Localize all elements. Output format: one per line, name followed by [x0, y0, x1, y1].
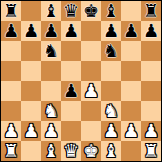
piece-white-pawn[interactable]: ♟ [83, 81, 99, 101]
piece-white-rook[interactable]: ♜ [3, 141, 19, 161]
square-e5[interactable] [81, 61, 101, 81]
square-d3[interactable] [61, 101, 81, 121]
square-a8[interactable]: ♜ [1, 1, 21, 21]
square-b7[interactable]: ♟ [21, 21, 41, 41]
square-f6[interactable]: ♞ [101, 41, 121, 61]
piece-white-pawn[interactable]: ♟ [103, 121, 119, 141]
square-g6[interactable] [121, 41, 141, 61]
square-a4[interactable] [1, 81, 21, 101]
square-f2[interactable]: ♟ [101, 121, 121, 141]
piece-black-king[interactable]: ♚ [83, 1, 99, 21]
square-b1[interactable] [21, 141, 41, 161]
square-c2[interactable]: ♟ [41, 121, 61, 141]
piece-white-pawn[interactable]: ♟ [43, 121, 59, 141]
square-d6[interactable] [61, 41, 81, 61]
square-b2[interactable]: ♟ [21, 121, 41, 141]
piece-black-pawn[interactable]: ♟ [23, 21, 39, 41]
piece-black-bishop[interactable]: ♝ [43, 1, 59, 21]
square-f1[interactable]: ♝ [101, 141, 121, 161]
square-f8[interactable]: ♝ [101, 1, 121, 21]
square-e7[interactable] [81, 21, 101, 41]
square-h2[interactable]: ♟ [141, 121, 161, 141]
piece-black-knight[interactable]: ♞ [103, 41, 119, 61]
piece-black-rook[interactable]: ♜ [143, 1, 159, 21]
square-f4[interactable] [101, 81, 121, 101]
square-b5[interactable] [21, 61, 41, 81]
piece-white-knight[interactable]: ♞ [43, 101, 59, 121]
square-h7[interactable]: ♟ [141, 21, 161, 41]
piece-black-pawn[interactable]: ♟ [123, 21, 139, 41]
piece-black-knight[interactable]: ♞ [43, 41, 59, 61]
square-c6[interactable]: ♞ [41, 41, 61, 61]
piece-white-bishop[interactable]: ♝ [103, 141, 119, 161]
square-c8[interactable]: ♝ [41, 1, 61, 21]
square-h5[interactable] [141, 61, 161, 81]
square-d2[interactable] [61, 121, 81, 141]
piece-white-rook[interactable]: ♜ [143, 141, 159, 161]
square-h8[interactable]: ♜ [141, 1, 161, 21]
square-c1[interactable]: ♝ [41, 141, 61, 161]
piece-white-king[interactable]: ♚ [83, 141, 99, 161]
square-b6[interactable] [21, 41, 41, 61]
square-g7[interactable]: ♟ [121, 21, 141, 41]
square-h1[interactable]: ♜ [141, 141, 161, 161]
square-h6[interactable] [141, 41, 161, 61]
piece-white-pawn[interactable]: ♟ [123, 121, 139, 141]
square-f3[interactable]: ♞ [101, 101, 121, 121]
square-d1[interactable]: ♛ [61, 141, 81, 161]
square-c5[interactable] [41, 61, 61, 81]
square-c3[interactable]: ♞ [41, 101, 61, 121]
piece-black-pawn[interactable]: ♟ [3, 21, 19, 41]
square-a2[interactable]: ♟ [1, 121, 21, 141]
square-a5[interactable] [1, 61, 21, 81]
square-g1[interactable] [121, 141, 141, 161]
square-e4[interactable]: ♟ [81, 81, 101, 101]
square-e8[interactable]: ♚ [81, 1, 101, 21]
square-e6[interactable] [81, 41, 101, 61]
square-a6[interactable] [1, 41, 21, 61]
square-d5[interactable] [61, 61, 81, 81]
square-a3[interactable] [1, 101, 21, 121]
square-g2[interactable]: ♟ [121, 121, 141, 141]
square-f7[interactable]: ♟ [101, 21, 121, 41]
square-e2[interactable] [81, 121, 101, 141]
piece-white-bishop[interactable]: ♝ [43, 141, 59, 161]
square-g5[interactable] [121, 61, 141, 81]
piece-white-queen[interactable]: ♛ [63, 141, 79, 161]
piece-black-pawn[interactable]: ♟ [63, 81, 79, 101]
chess-board: ♜♝♛♚♝♜♟♟♟♟♟♟♟♞♞♟♟♞♞♟♟♟♟♟♟♜♝♛♚♝♜ [0, 0, 162, 162]
square-d4[interactable]: ♟ [61, 81, 81, 101]
square-h3[interactable] [141, 101, 161, 121]
piece-white-knight[interactable]: ♞ [103, 101, 119, 121]
square-h4[interactable] [141, 81, 161, 101]
square-a7[interactable]: ♟ [1, 21, 21, 41]
piece-black-bishop[interactable]: ♝ [103, 1, 119, 21]
piece-black-pawn[interactable]: ♟ [143, 21, 159, 41]
square-g8[interactable] [121, 1, 141, 21]
piece-black-queen[interactable]: ♛ [63, 1, 79, 21]
square-g3[interactable] [121, 101, 141, 121]
piece-black-pawn[interactable]: ♟ [43, 21, 59, 41]
square-d7[interactable]: ♟ [61, 21, 81, 41]
square-d8[interactable]: ♛ [61, 1, 81, 21]
square-c4[interactable] [41, 81, 61, 101]
piece-white-pawn[interactable]: ♟ [143, 121, 159, 141]
square-b8[interactable] [21, 1, 41, 21]
square-g4[interactable] [121, 81, 141, 101]
square-a1[interactable]: ♜ [1, 141, 21, 161]
square-b3[interactable] [21, 101, 41, 121]
square-c7[interactable]: ♟ [41, 21, 61, 41]
square-b4[interactable] [21, 81, 41, 101]
piece-black-rook[interactable]: ♜ [3, 1, 19, 21]
piece-black-pawn[interactable]: ♟ [63, 21, 79, 41]
square-e1[interactable]: ♚ [81, 141, 101, 161]
piece-white-pawn[interactable]: ♟ [3, 121, 19, 141]
square-e3[interactable] [81, 101, 101, 121]
square-f5[interactable] [101, 61, 121, 81]
piece-white-pawn[interactable]: ♟ [23, 121, 39, 141]
piece-black-pawn[interactable]: ♟ [103, 21, 119, 41]
